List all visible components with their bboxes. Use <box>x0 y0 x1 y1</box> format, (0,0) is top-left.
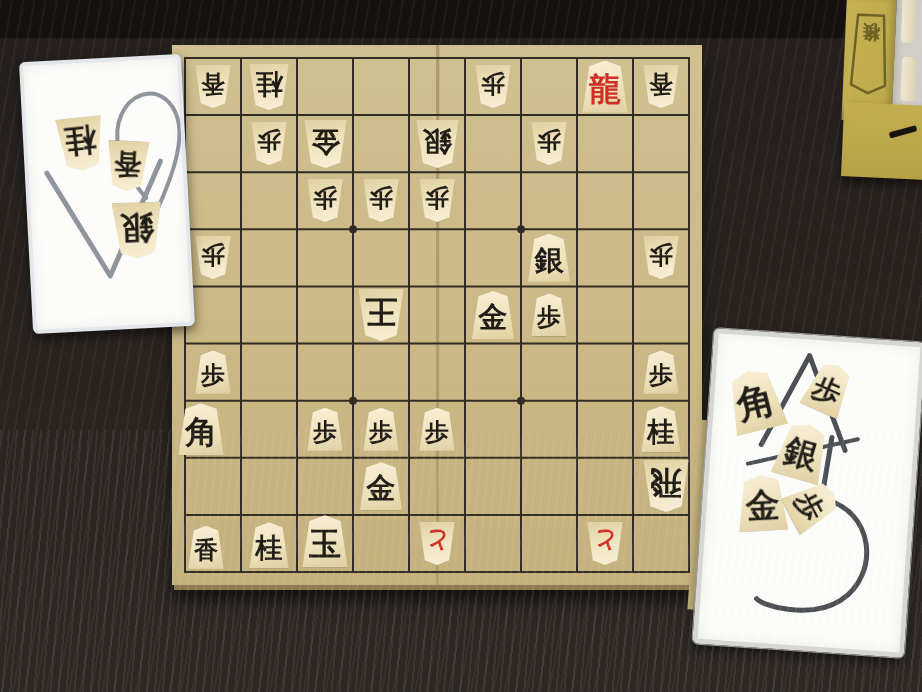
shogi-set-box: 将棋 <box>839 0 922 182</box>
shogi-board: 香桂歩龍香歩金銀歩歩歩歩歩銀歩王金歩歩歩角歩歩歩桂金飛香桂玉とと <box>172 45 702 585</box>
piece-glyph: 歩 <box>201 243 225 272</box>
piece-glyph: 龍 <box>589 68 621 105</box>
gote-captured-piece-stand: 桂香銀 <box>19 54 195 334</box>
piece-glyph: 歩 <box>537 300 561 329</box>
piece-glyph: 金 <box>367 469 396 503</box>
piece-glyph: と <box>593 529 618 558</box>
star-point <box>517 397 525 405</box>
box-label-text: 将棋 <box>850 16 889 91</box>
table-edge <box>0 0 922 38</box>
box-open-interior <box>892 0 922 114</box>
star-point <box>349 397 357 405</box>
box-label: 将棋 <box>850 16 889 91</box>
rolled-paper <box>901 0 916 43</box>
piece-glyph: 歩 <box>257 129 281 158</box>
piece-glyph: 歩 <box>313 186 337 215</box>
piece-glyph: 金 <box>744 483 780 524</box>
piece-glyph: 王 <box>365 296 397 333</box>
piece-glyph: 香 <box>194 533 218 562</box>
piece-glyph: 香 <box>649 72 673 101</box>
shogi-photo-scene: 香桂歩龍香歩金銀歩歩歩歩歩銀歩王金歩歩歩角歩歩歩桂金飛香桂玉とと 桂香銀 歩角銀… <box>0 0 922 692</box>
piece-glyph: 歩 <box>425 186 449 215</box>
piece-glyph: 香 <box>201 72 225 101</box>
star-point <box>349 225 357 233</box>
piece-glyph: 桂 <box>648 413 675 445</box>
piece-glyph: 歩 <box>481 72 505 101</box>
piece-glyph: 桂 <box>256 71 283 103</box>
piece-glyph: 飛 <box>650 468 682 505</box>
piece-glyph: 歩 <box>369 415 393 444</box>
piece-glyph: 銀 <box>423 127 452 161</box>
piece-glyph: 歩 <box>313 415 337 444</box>
piece-glyph: 銀 <box>119 211 154 251</box>
piece-glyph: 歩 <box>425 415 449 444</box>
piece-glyph: 銀 <box>535 241 564 275</box>
piece-glyph: と <box>425 529 450 558</box>
star-point <box>517 225 525 233</box>
piece-glyph: 歩 <box>201 358 225 387</box>
piece-glyph: 金 <box>479 298 508 332</box>
piece-glyph: 桂 <box>63 124 98 164</box>
piece-glyph: 歩 <box>649 358 673 387</box>
piece-glyph: 金 <box>311 127 340 161</box>
piece-glyph: 角 <box>185 411 217 448</box>
piece-glyph: 歩 <box>537 129 561 158</box>
hand-drawn-doodle-left <box>23 58 191 330</box>
piece-glyph: 玉 <box>309 523 341 560</box>
piece-glyph: 桂 <box>256 529 283 561</box>
box-slot-mark <box>889 125 918 138</box>
rolled-paper <box>900 57 916 102</box>
piece-glyph: 歩 <box>649 243 673 272</box>
piece-glyph: 香 <box>113 149 143 184</box>
box-lid <box>841 102 922 180</box>
sente-captured-piece-stand: 歩角銀金歩 <box>692 328 922 658</box>
piece-glyph: 歩 <box>369 186 393 215</box>
